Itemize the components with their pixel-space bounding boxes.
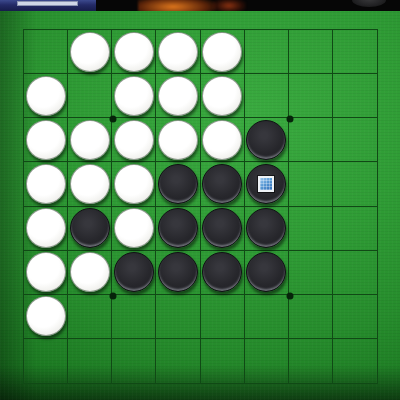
white-disc-e2 (202, 76, 242, 116)
dark-orb-icon (352, 0, 386, 7)
cell-e2[interactable] (201, 74, 245, 118)
white-disc-a6 (26, 252, 66, 292)
cell-h6[interactable] (333, 251, 377, 295)
cell-h1[interactable] (333, 30, 377, 74)
cell-a7[interactable] (24, 295, 68, 339)
cell-d4[interactable] (156, 162, 200, 206)
white-disc-a4 (26, 164, 66, 204)
white-disc-b1 (70, 32, 110, 72)
cell-f8[interactable] (245, 339, 289, 383)
black-disc-b5 (70, 208, 110, 248)
black-disc-e4 (202, 164, 242, 204)
cell-g4[interactable] (289, 162, 333, 206)
cell-d2[interactable] (156, 74, 200, 118)
flame-glow-small (212, 0, 246, 11)
cell-g2[interactable] (289, 74, 333, 118)
cell-g8[interactable] (289, 339, 333, 383)
board-grid (23, 29, 378, 384)
black-disc-d5 (158, 208, 198, 248)
cell-f7[interactable] (245, 295, 289, 339)
cell-f3[interactable] (245, 118, 289, 162)
white-disc-a3 (26, 120, 66, 160)
white-disc-c4 (114, 164, 154, 204)
cell-b3[interactable] (68, 118, 112, 162)
cell-a8[interactable] (24, 339, 68, 383)
cell-b8[interactable] (68, 339, 112, 383)
reversi-app-screen (0, 0, 400, 400)
white-disc-b6 (70, 252, 110, 292)
cell-g1[interactable] (289, 30, 333, 74)
white-disc-a5 (26, 208, 66, 248)
backdrop-strip (0, 0, 400, 11)
cell-d5[interactable] (156, 207, 200, 251)
cell-g7[interactable] (289, 295, 333, 339)
cell-b4[interactable] (68, 162, 112, 206)
cell-c8[interactable] (112, 339, 156, 383)
white-disc-a7 (26, 296, 66, 336)
cell-e5[interactable] (201, 207, 245, 251)
black-disc-f6 (246, 252, 286, 292)
cell-h8[interactable] (333, 339, 377, 383)
cell-d3[interactable] (156, 118, 200, 162)
cell-g6[interactable] (289, 251, 333, 295)
flame-glow (138, 0, 216, 11)
black-disc-f5 (246, 208, 286, 248)
white-disc-e1 (202, 32, 242, 72)
cell-c3[interactable] (112, 118, 156, 162)
cell-g3[interactable] (289, 118, 333, 162)
cell-e7[interactable] (201, 295, 245, 339)
black-disc-f3 (246, 120, 286, 160)
cell-c7[interactable] (112, 295, 156, 339)
cell-c1[interactable] (112, 30, 156, 74)
cell-g5[interactable] (289, 207, 333, 251)
cell-e1[interactable] (201, 30, 245, 74)
white-disc-c1 (114, 32, 154, 72)
black-disc-f4 (246, 164, 286, 204)
last-move-marker (258, 176, 274, 192)
cell-a6[interactable] (24, 251, 68, 295)
cell-e4[interactable] (201, 162, 245, 206)
cell-c4[interactable] (112, 162, 156, 206)
cell-d6[interactable] (156, 251, 200, 295)
cell-b2[interactable] (68, 74, 112, 118)
cell-d8[interactable] (156, 339, 200, 383)
cell-b7[interactable] (68, 295, 112, 339)
cell-c2[interactable] (112, 74, 156, 118)
cell-f2[interactable] (245, 74, 289, 118)
white-disc-d3 (158, 120, 198, 160)
cell-f4[interactable] (245, 162, 289, 206)
white-disc-c5 (114, 208, 154, 248)
black-disc-d6 (158, 252, 198, 292)
cell-f1[interactable] (245, 30, 289, 74)
cell-d1[interactable] (156, 30, 200, 74)
white-disc-b4 (70, 164, 110, 204)
white-disc-e3 (202, 120, 242, 160)
white-disc-b3 (70, 120, 110, 160)
cell-e8[interactable] (201, 339, 245, 383)
black-disc-d4 (158, 164, 198, 204)
black-disc-c6 (114, 252, 154, 292)
cell-c5[interactable] (112, 207, 156, 251)
cell-e6[interactable] (201, 251, 245, 295)
reversi-board (0, 11, 400, 400)
black-disc-e5 (202, 208, 242, 248)
cell-b6[interactable] (68, 251, 112, 295)
background-window-titlebar-stripe (17, 1, 78, 6)
black-disc-e6 (202, 252, 242, 292)
cell-c6[interactable] (112, 251, 156, 295)
cell-a1[interactable] (24, 30, 68, 74)
background-window-fragment (0, 0, 96, 11)
cell-a5[interactable] (24, 207, 68, 251)
cell-a3[interactable] (24, 118, 68, 162)
cell-e3[interactable] (201, 118, 245, 162)
white-disc-c2 (114, 76, 154, 116)
cell-b1[interactable] (68, 30, 112, 74)
cell-a2[interactable] (24, 74, 68, 118)
white-disc-d1 (158, 32, 198, 72)
cell-h4[interactable] (333, 162, 377, 206)
cell-a4[interactable] (24, 162, 68, 206)
cell-f6[interactable] (245, 251, 289, 295)
cell-h2[interactable] (333, 74, 377, 118)
cell-b5[interactable] (68, 207, 112, 251)
cell-f5[interactable] (245, 207, 289, 251)
cell-h5[interactable] (333, 207, 377, 251)
cell-h7[interactable] (333, 295, 377, 339)
white-disc-c3 (114, 120, 154, 160)
cell-d7[interactable] (156, 295, 200, 339)
white-disc-a2 (26, 76, 66, 116)
white-disc-d2 (158, 76, 198, 116)
cell-h3[interactable] (333, 118, 377, 162)
